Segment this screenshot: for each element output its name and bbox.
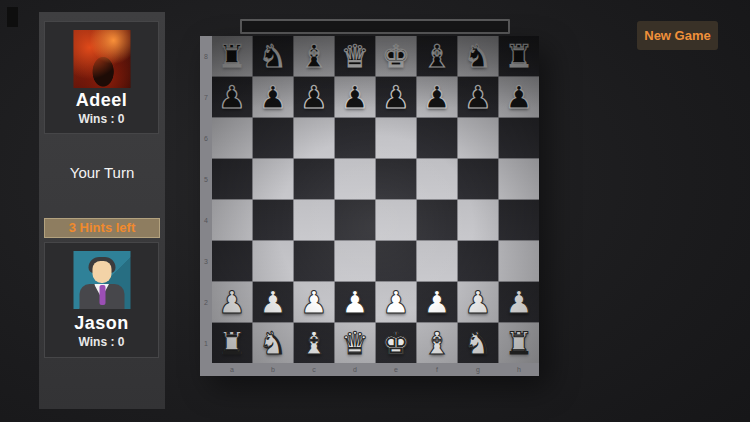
square-h2[interactable]: ♟: [499, 282, 539, 322]
square-c2[interactable]: ♟: [294, 282, 334, 322]
piece-black-king: ♚: [382, 41, 410, 72]
piece-black-pawn: ♟: [464, 82, 492, 113]
piece-black-rook: ♜: [218, 41, 246, 72]
file-label-b: b: [253, 363, 293, 376]
square-b2[interactable]: ♟: [253, 282, 293, 322]
square-b4[interactable]: [253, 200, 293, 240]
square-c8[interactable]: ♝: [294, 36, 334, 76]
square-f1[interactable]: ♝: [417, 323, 457, 363]
piece-white-pawn: ♟: [218, 287, 246, 318]
square-a8[interactable]: ♜: [212, 36, 252, 76]
square-d1[interactable]: ♛: [335, 323, 375, 363]
square-d5[interactable]: [335, 159, 375, 199]
rank-label-1: 1: [200, 323, 212, 363]
piece-white-pawn: ♟: [423, 287, 451, 318]
file-label-d: d: [335, 363, 375, 376]
board-squares: ♜♞♝♛♚♝♞♜♟♟♟♟♟♟♟♟♟♟♟♟♟♟♟♟♜♞♝♛♚♝♞♜: [212, 36, 539, 363]
square-f6[interactable]: [417, 118, 457, 158]
square-h3[interactable]: [499, 241, 539, 281]
square-e8[interactable]: ♚: [376, 36, 416, 76]
chess-board: 87654321 ♜♞♝♛♚♝♞♜♟♟♟♟♟♟♟♟♟♟♟♟♟♟♟♟♜♞♝♛♚♝♞…: [200, 36, 539, 376]
square-g3[interactable]: [458, 241, 498, 281]
new-game-button[interactable]: New Game: [637, 21, 718, 50]
piece-white-king: ♚: [382, 328, 410, 359]
square-g2[interactable]: ♟: [458, 282, 498, 322]
square-c7[interactable]: ♟: [294, 77, 334, 117]
piece-black-pawn: ♟: [218, 82, 246, 113]
square-b3[interactable]: [253, 241, 293, 281]
square-b8[interactable]: ♞: [253, 36, 293, 76]
piece-white-knight: ♞: [259, 328, 287, 359]
avatar-opponent: [73, 30, 130, 88]
square-d8[interactable]: ♛: [335, 36, 375, 76]
piece-black-knight: ♞: [259, 41, 287, 72]
piece-black-queen: ♛: [341, 41, 369, 72]
square-f3[interactable]: [417, 241, 457, 281]
player-name-opponent: Adeel: [45, 90, 158, 111]
square-e4[interactable]: [376, 200, 416, 240]
piece-white-rook: ♜: [505, 328, 533, 359]
square-h4[interactable]: [499, 200, 539, 240]
square-f4[interactable]: [417, 200, 457, 240]
square-f5[interactable]: [417, 159, 457, 199]
player-sidebar: Adeel Wins : 0 Your Turn 3 Hints left Ja…: [39, 12, 165, 409]
piece-white-queen: ♛: [341, 328, 369, 359]
player-wins-self: Wins : 0: [45, 335, 158, 349]
square-f8[interactable]: ♝: [417, 36, 457, 76]
file-label-c: c: [294, 363, 334, 376]
square-h1[interactable]: ♜: [499, 323, 539, 363]
piece-black-rook: ♜: [505, 41, 533, 72]
avatar-self: [73, 251, 130, 309]
piece-black-bishop: ♝: [300, 41, 328, 72]
piece-white-knight: ♞: [464, 328, 492, 359]
square-h8[interactable]: ♜: [499, 36, 539, 76]
square-e5[interactable]: [376, 159, 416, 199]
player-card-opponent: Adeel Wins : 0: [44, 21, 159, 134]
square-b7[interactable]: ♟: [253, 77, 293, 117]
rank-label-5: 5: [200, 159, 212, 199]
square-a6[interactable]: [212, 118, 252, 158]
rank-label-6: 6: [200, 118, 212, 158]
rank-labels: 87654321: [200, 36, 212, 363]
piece-white-pawn: ♟: [259, 287, 287, 318]
square-d4[interactable]: [335, 200, 375, 240]
square-h5[interactable]: [499, 159, 539, 199]
board-frame-corner: [200, 363, 212, 376]
square-a7[interactable]: ♟: [212, 77, 252, 117]
square-a5[interactable]: [212, 159, 252, 199]
square-c5[interactable]: [294, 159, 334, 199]
square-h6[interactable]: [499, 118, 539, 158]
square-g8[interactable]: ♞: [458, 36, 498, 76]
piece-black-knight: ♞: [464, 41, 492, 72]
player-card-self: Jason Wins : 0: [44, 242, 159, 358]
square-a1[interactable]: ♜: [212, 323, 252, 363]
piece-black-pawn: ♟: [382, 82, 410, 113]
piece-white-pawn: ♟: [505, 287, 533, 318]
square-g7[interactable]: ♟: [458, 77, 498, 117]
rank-label-4: 4: [200, 200, 212, 240]
file-label-e: e: [376, 363, 416, 376]
square-f7[interactable]: ♟: [417, 77, 457, 117]
piece-black-pawn: ♟: [341, 82, 369, 113]
square-g1[interactable]: ♞: [458, 323, 498, 363]
square-a3[interactable]: [212, 241, 252, 281]
rank-label-7: 7: [200, 77, 212, 117]
square-a4[interactable]: [212, 200, 252, 240]
square-d6[interactable]: [335, 118, 375, 158]
square-g6[interactable]: [458, 118, 498, 158]
piece-white-pawn: ♟: [464, 287, 492, 318]
avatar-tie: [99, 285, 105, 305]
file-labels: abcdefgh: [212, 363, 539, 376]
square-c3[interactable]: [294, 241, 334, 281]
square-c1[interactable]: ♝: [294, 323, 334, 363]
square-d3[interactable]: [335, 241, 375, 281]
square-g4[interactable]: [458, 200, 498, 240]
piece-black-pawn: ♟: [300, 82, 328, 113]
square-c6[interactable]: [294, 118, 334, 158]
square-c4[interactable]: [294, 200, 334, 240]
player-wins-opponent: Wins : 0: [45, 112, 158, 126]
square-e7[interactable]: ♟: [376, 77, 416, 117]
square-b6[interactable]: [253, 118, 293, 158]
square-d2[interactable]: ♟: [335, 282, 375, 322]
captured-pieces-tray: [240, 19, 510, 34]
square-e1[interactable]: ♚: [376, 323, 416, 363]
square-a2[interactable]: ♟: [212, 282, 252, 322]
square-g5[interactable]: [458, 159, 498, 199]
player-name-self: Jason: [45, 313, 158, 334]
file-label-g: g: [458, 363, 498, 376]
rank-label-8: 8: [200, 36, 212, 76]
piece-black-pawn: ♟: [423, 82, 451, 113]
avatar-face: [92, 261, 111, 283]
file-label-h: h: [499, 363, 539, 376]
piece-black-bishop: ♝: [423, 41, 451, 72]
piece-white-pawn: ♟: [382, 287, 410, 318]
turn-status-label: Your Turn: [39, 164, 165, 181]
square-b1[interactable]: ♞: [253, 323, 293, 363]
square-f2[interactable]: ♟: [417, 282, 457, 322]
square-e2[interactable]: ♟: [376, 282, 416, 322]
square-h7[interactable]: ♟: [499, 77, 539, 117]
piece-black-pawn: ♟: [505, 82, 533, 113]
piece-white-rook: ♜: [218, 328, 246, 359]
hints-button[interactable]: 3 Hints left: [44, 218, 160, 238]
piece-white-bishop: ♝: [423, 328, 451, 359]
rank-label-2: 2: [200, 282, 212, 322]
piece-white-pawn: ♟: [300, 287, 328, 318]
file-label-a: a: [212, 363, 252, 376]
square-b5[interactable]: [253, 159, 293, 199]
decorative-rect: [7, 7, 18, 27]
square-e6[interactable]: [376, 118, 416, 158]
piece-black-pawn: ♟: [259, 82, 287, 113]
square-d7[interactable]: ♟: [335, 77, 375, 117]
piece-white-pawn: ♟: [341, 287, 369, 318]
rank-label-3: 3: [200, 241, 212, 281]
piece-white-bishop: ♝: [300, 328, 328, 359]
file-label-f: f: [417, 363, 457, 376]
square-e3[interactable]: [376, 241, 416, 281]
